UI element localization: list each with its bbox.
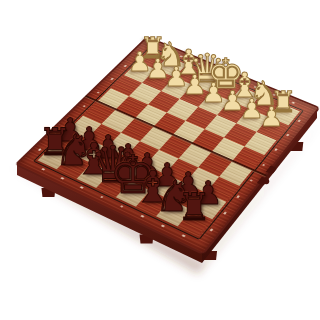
margin-marker-dot [82, 105, 86, 108]
margin-marker-dot [262, 163, 266, 166]
margin-marker-dot [110, 78, 114, 80]
margin-marker-dot [161, 224, 165, 227]
margin-marker-dot [140, 214, 144, 217]
margin-marker-dot [223, 211, 227, 214]
margin-marker-dot [80, 186, 84, 189]
piece-black-rook[interactable]: ♜ [177, 189, 211, 227]
margin-marker-dot [100, 195, 104, 198]
piece-white-pawn[interactable]: ♟ [259, 104, 283, 131]
margin-marker-dot [61, 177, 65, 180]
margin-marker-dot [182, 234, 186, 237]
margin-marker-dot [97, 91, 101, 94]
margin-marker-dot [274, 148, 278, 151]
product-photo-background: Folding magnetic travel chess set on a w… [0, 0, 320, 320]
margin-marker-dot [41, 168, 45, 171]
margin-marker-dot [120, 205, 124, 208]
margin-marker-dot [249, 179, 253, 182]
margin-marker-dot [286, 134, 290, 137]
margin-marker-dot [297, 119, 301, 122]
margin-marker-dot [236, 195, 240, 198]
